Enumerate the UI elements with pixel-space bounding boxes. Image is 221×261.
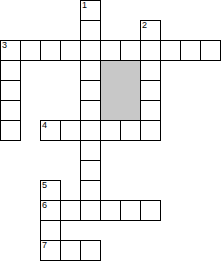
cell-r6c6[interactable] [120,120,141,141]
cell-r6c3[interactable] [60,120,81,141]
cell-r12c3[interactable] [60,240,81,261]
cell-r1c4[interactable] [80,20,101,41]
shaded-block [100,60,141,121]
cell-r5c0[interactable] [0,100,21,121]
cell-r6c4[interactable] [80,120,101,141]
cell-r10c3[interactable] [60,200,81,221]
cell-r5c7[interactable] [140,100,161,121]
cell-r2c2[interactable] [40,40,61,61]
cell-r10c6[interactable] [120,200,141,221]
cell-r6c0[interactable] [0,120,21,141]
cell-r2c1[interactable] [20,40,41,61]
cell-r2c6[interactable] [120,40,141,61]
cell-r6c7[interactable] [140,120,161,141]
cell-r2c0[interactable] [0,40,21,61]
cell-r11c2[interactable] [40,220,61,241]
cell-r1c7[interactable] [140,20,161,41]
cell-r8c4[interactable] [80,160,101,181]
cell-r10c2[interactable] [40,200,61,221]
cell-r2c7[interactable] [140,40,161,61]
cell-r6c5[interactable] [100,120,121,141]
cell-r2c10[interactable] [200,40,221,61]
cell-r0c4[interactable] [80,0,101,21]
cell-r12c4[interactable] [80,240,101,261]
cell-r9c4[interactable] [80,180,101,201]
cell-r4c0[interactable] [0,80,21,101]
crossword-board: 1234567 [0,0,221,261]
cell-r2c3[interactable] [60,40,81,61]
cell-r2c4[interactable] [80,40,101,61]
cell-r4c4[interactable] [80,80,101,101]
cell-r10c5[interactable] [100,200,121,221]
cell-r3c7[interactable] [140,60,161,81]
cell-r2c8[interactable] [160,40,181,61]
cell-r9c2[interactable] [40,180,61,201]
cell-r2c5[interactable] [100,40,121,61]
cell-r5c4[interactable] [80,100,101,121]
cell-r7c4[interactable] [80,140,101,161]
cell-r6c2[interactable] [40,120,61,141]
cell-r10c7[interactable] [140,200,161,221]
cell-r4c7[interactable] [140,80,161,101]
cell-r12c2[interactable] [40,240,61,261]
cell-r3c4[interactable] [80,60,101,81]
cell-r2c9[interactable] [180,40,201,61]
cell-r10c4[interactable] [80,200,101,221]
cell-r3c0[interactable] [0,60,21,81]
